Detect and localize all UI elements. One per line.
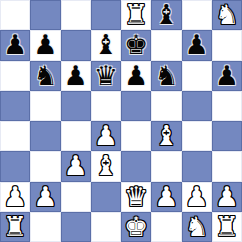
square-c2[interactable] [61,182,91,212]
piece-white-pawn[interactable]: ♟ [185,182,209,212]
square-h1[interactable]: ♜ [212,212,242,242]
square-b3[interactable] [30,151,60,181]
piece-white-pawn[interactable]: ♟ [3,182,27,212]
piece-white-bishop[interactable]: ♝ [154,121,178,151]
square-c3[interactable]: ♟ [61,151,91,181]
square-f3[interactable] [151,151,181,181]
square-d5[interactable] [91,91,121,121]
square-g8[interactable] [182,0,212,30]
square-g2[interactable]: ♟ [182,182,212,212]
piece-black-pawn[interactable]: ♟ [3,30,27,60]
square-c4[interactable] [61,121,91,151]
piece-white-pawn[interactable]: ♟ [94,121,118,151]
piece-white-king[interactable]: ♚ [124,212,148,242]
square-f7[interactable] [151,30,181,60]
square-g6[interactable] [182,61,212,91]
square-e2[interactable]: ♛ [121,182,151,212]
piece-black-pawn[interactable]: ♟ [124,61,148,91]
piece-black-queen[interactable]: ♛ [94,61,118,91]
chess-board: ♜♝♞♟♟♝♚♟♞♟♛♟♞♟♟♝♟♝♟♟♛♟♟♟♜♚♞♜ [0,0,242,242]
square-d8[interactable] [91,0,121,30]
square-b2[interactable]: ♟ [30,182,60,212]
square-g4[interactable] [182,121,212,151]
square-b6[interactable]: ♞ [30,61,60,91]
square-a7[interactable]: ♟ [0,30,30,60]
square-a4[interactable] [0,121,30,151]
square-a6[interactable] [0,61,30,91]
square-b8[interactable] [30,0,60,30]
square-d1[interactable] [91,212,121,242]
square-f4[interactable]: ♝ [151,121,181,151]
piece-white-knight[interactable]: ♞ [185,212,209,242]
piece-white-rook[interactable]: ♜ [215,212,239,242]
square-h7[interactable] [212,30,242,60]
square-f6[interactable]: ♞ [151,61,181,91]
square-a8[interactable] [0,0,30,30]
square-f2[interactable]: ♟ [151,182,181,212]
square-e4[interactable] [121,121,151,151]
square-b7[interactable]: ♟ [30,30,60,60]
square-c1[interactable] [61,212,91,242]
square-e1[interactable]: ♚ [121,212,151,242]
piece-white-pawn[interactable]: ♟ [215,182,239,212]
square-c8[interactable] [61,0,91,30]
piece-white-pawn[interactable]: ♟ [33,182,57,212]
piece-white-knight[interactable]: ♞ [215,0,239,30]
piece-black-king[interactable]: ♚ [124,30,148,60]
square-a3[interactable] [0,151,30,181]
square-a1[interactable]: ♜ [0,212,30,242]
square-h2[interactable]: ♟ [212,182,242,212]
square-a5[interactable] [0,91,30,121]
piece-black-pawn[interactable]: ♟ [215,61,239,91]
piece-black-pawn[interactable]: ♟ [64,61,88,91]
square-g3[interactable] [182,151,212,181]
square-d6[interactable]: ♛ [91,61,121,91]
square-g7[interactable]: ♟ [182,30,212,60]
square-d3[interactable]: ♝ [91,151,121,181]
square-h4[interactable] [212,121,242,151]
piece-white-pawn[interactable]: ♟ [64,151,88,181]
piece-black-bishop[interactable]: ♝ [94,30,118,60]
square-c6[interactable]: ♟ [61,61,91,91]
piece-black-bishop[interactable]: ♝ [154,0,178,30]
piece-white-pawn[interactable]: ♟ [154,182,178,212]
square-e8[interactable]: ♜ [121,0,151,30]
square-d2[interactable] [91,182,121,212]
piece-white-rook[interactable]: ♜ [124,0,148,30]
square-h5[interactable] [212,91,242,121]
square-f8[interactable]: ♝ [151,0,181,30]
square-e3[interactable] [121,151,151,181]
square-e7[interactable]: ♚ [121,30,151,60]
square-b5[interactable] [30,91,60,121]
square-a2[interactable]: ♟ [0,182,30,212]
square-c5[interactable] [61,91,91,121]
square-f5[interactable] [151,91,181,121]
square-d7[interactable]: ♝ [91,30,121,60]
square-h8[interactable]: ♞ [212,0,242,30]
piece-white-queen[interactable]: ♛ [124,182,148,212]
piece-black-pawn[interactable]: ♟ [185,30,209,60]
square-d4[interactable]: ♟ [91,121,121,151]
square-e6[interactable]: ♟ [121,61,151,91]
square-g1[interactable]: ♞ [182,212,212,242]
piece-black-knight[interactable]: ♞ [154,61,178,91]
piece-black-pawn[interactable]: ♟ [33,30,57,60]
chess-app: ♜♝♞♟♟♝♚♟♞♟♛♟♞♟♟♝♟♝♟♟♛♟♟♟♜♚♞♜ [0,0,242,242]
square-h3[interactable] [212,151,242,181]
piece-white-bishop[interactable]: ♝ [94,151,118,181]
square-e5[interactable] [121,91,151,121]
square-h6[interactable]: ♟ [212,61,242,91]
piece-white-rook[interactable]: ♜ [3,212,27,242]
square-c7[interactable] [61,30,91,60]
square-g5[interactable] [182,91,212,121]
square-f1[interactable] [151,212,181,242]
square-b4[interactable] [30,121,60,151]
piece-black-knight[interactable]: ♞ [33,61,57,91]
square-b1[interactable] [30,212,60,242]
